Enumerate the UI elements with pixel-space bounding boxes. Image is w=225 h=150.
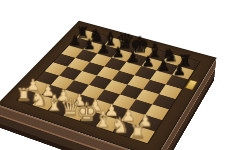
black-rook-glyph: ♜: [70, 25, 95, 41]
chess-board-box: ♜♞♝♛♚♝♞♜♟♟♟♟♟♟♟♟♟♟♟♟♟♟♟♟♜♞♝♛♚♝♞♜: [0, 21, 217, 150]
white-bishop-glyph: ♝: [88, 108, 118, 130]
square-g1: ♞: [113, 121, 138, 138]
white-rook-glyph: ♜: [9, 86, 37, 104]
square-c1: ♝: [48, 100, 73, 116]
chess-set-photo: ♜♞♝♛♚♝♞♜♟♟♟♟♟♟♟♟♟♟♟♟♟♟♟♟♜♞♝♛♚♝♞♜: [0, 0, 225, 150]
